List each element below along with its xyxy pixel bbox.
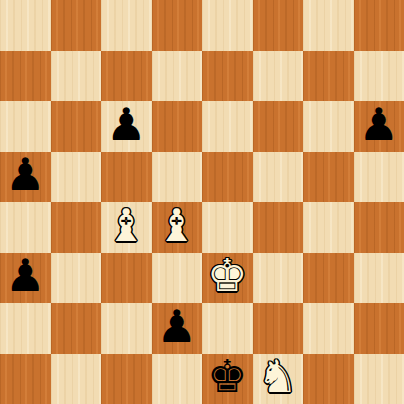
square-g4[interactable] [303, 202, 354, 253]
square-a3[interactable]: ♟ [0, 253, 51, 304]
square-c3[interactable] [101, 253, 152, 304]
square-f6[interactable] [253, 101, 304, 152]
square-d5[interactable] [152, 152, 203, 203]
square-a2[interactable] [0, 303, 51, 354]
square-h5[interactable] [354, 152, 404, 203]
square-b8[interactable] [51, 0, 102, 51]
square-e8[interactable] [202, 0, 253, 51]
square-d2[interactable]: ♟ [152, 303, 203, 354]
square-c7[interactable] [101, 51, 152, 102]
square-a4[interactable] [0, 202, 51, 253]
square-f7[interactable] [253, 51, 304, 102]
white-king[interactable]: ♚ [207, 253, 247, 298]
square-e4[interactable] [202, 202, 253, 253]
square-f5[interactable] [253, 152, 304, 203]
square-f4[interactable] [253, 202, 304, 253]
square-f2[interactable] [253, 303, 304, 354]
white-bishop[interactable]: ♝ [157, 203, 197, 248]
square-f3[interactable] [253, 253, 304, 304]
white-bishop[interactable]: ♝ [106, 203, 146, 248]
chess-board: ♟♟♟♝♝♟♚♟♚♞ [0, 0, 404, 404]
white-knight[interactable]: ♞ [258, 354, 298, 399]
square-c2[interactable] [101, 303, 152, 354]
square-g7[interactable] [303, 51, 354, 102]
square-e3[interactable]: ♚ [202, 253, 253, 304]
square-h1[interactable] [354, 354, 404, 404]
black-pawn[interactable]: ♟ [5, 152, 45, 197]
square-e6[interactable] [202, 101, 253, 152]
black-king[interactable]: ♚ [207, 354, 247, 399]
square-c1[interactable] [101, 354, 152, 404]
square-c6[interactable]: ♟ [101, 101, 152, 152]
square-a5[interactable]: ♟ [0, 152, 51, 203]
square-g2[interactable] [303, 303, 354, 354]
black-pawn[interactable]: ♟ [359, 102, 399, 147]
square-h7[interactable] [354, 51, 404, 102]
square-b1[interactable] [51, 354, 102, 404]
square-h8[interactable] [354, 0, 404, 51]
square-e5[interactable] [202, 152, 253, 203]
square-b7[interactable] [51, 51, 102, 102]
square-e7[interactable] [202, 51, 253, 102]
square-f8[interactable] [253, 0, 304, 51]
square-a8[interactable] [0, 0, 51, 51]
square-d6[interactable] [152, 101, 203, 152]
square-d1[interactable] [152, 354, 203, 404]
square-e1[interactable]: ♚ [202, 354, 253, 404]
square-d4[interactable]: ♝ [152, 202, 203, 253]
square-g8[interactable] [303, 0, 354, 51]
square-g1[interactable] [303, 354, 354, 404]
square-b6[interactable] [51, 101, 102, 152]
black-pawn[interactable]: ♟ [157, 304, 197, 349]
square-a6[interactable] [0, 101, 51, 152]
black-pawn[interactable]: ♟ [5, 253, 45, 298]
square-h4[interactable] [354, 202, 404, 253]
square-d8[interactable] [152, 0, 203, 51]
square-b5[interactable] [51, 152, 102, 203]
square-a1[interactable] [0, 354, 51, 404]
square-b3[interactable] [51, 253, 102, 304]
square-c4[interactable]: ♝ [101, 202, 152, 253]
square-b2[interactable] [51, 303, 102, 354]
square-a7[interactable] [0, 51, 51, 102]
square-c8[interactable] [101, 0, 152, 51]
square-f1[interactable]: ♞ [253, 354, 304, 404]
square-b4[interactable] [51, 202, 102, 253]
square-d7[interactable] [152, 51, 203, 102]
square-h6[interactable]: ♟ [354, 101, 404, 152]
square-g6[interactable] [303, 101, 354, 152]
square-h3[interactable] [354, 253, 404, 304]
square-c5[interactable] [101, 152, 152, 203]
square-g5[interactable] [303, 152, 354, 203]
square-h2[interactable] [354, 303, 404, 354]
black-pawn[interactable]: ♟ [106, 102, 146, 147]
square-d3[interactable] [152, 253, 203, 304]
square-e2[interactable] [202, 303, 253, 354]
square-g3[interactable] [303, 253, 354, 304]
